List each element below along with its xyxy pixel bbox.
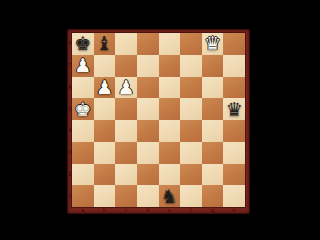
square-h3[interactable] (223, 142, 245, 164)
square-d5[interactable] (137, 98, 159, 120)
square-d3[interactable] (137, 142, 159, 164)
square-h6[interactable] (223, 77, 245, 99)
square-a2[interactable] (72, 164, 94, 186)
square-f1[interactable] (180, 185, 202, 207)
piece-white-pawn[interactable]: ♟ (74, 56, 91, 75)
square-f5[interactable] (180, 98, 202, 120)
square-e2[interactable] (159, 164, 181, 186)
square-h4[interactable] (223, 120, 245, 142)
square-h8[interactable] (223, 33, 245, 55)
square-c8[interactable] (115, 33, 137, 55)
file-label-c: c (123, 208, 129, 213)
square-g5[interactable] (202, 98, 224, 120)
square-a1[interactable] (72, 185, 94, 207)
square-h2[interactable] (223, 164, 245, 186)
file-label-g: g (210, 208, 216, 213)
square-e4[interactable] (159, 120, 181, 142)
square-e8[interactable] (159, 33, 181, 55)
square-g7[interactable] (202, 55, 224, 77)
rank-label-3: 3 (68, 150, 72, 155)
piece-white-queen[interactable]: ♛ (204, 34, 221, 53)
rank-label-5: 5 (68, 107, 72, 112)
file-label-f: f (188, 208, 194, 213)
square-d2[interactable] (137, 164, 159, 186)
square-f6[interactable] (180, 77, 202, 99)
square-d7[interactable] (137, 55, 159, 77)
rank-label-1: 1 (68, 194, 72, 199)
square-g3[interactable] (202, 142, 224, 164)
square-a4[interactable] (72, 120, 94, 142)
piece-black-king[interactable]: ♚ (74, 34, 91, 53)
square-e5[interactable] (159, 98, 181, 120)
square-a8[interactable]: ♚ (72, 33, 94, 55)
rank-label-4: 4 (68, 128, 72, 133)
square-g1[interactable] (202, 185, 224, 207)
file-label-d: d (145, 208, 151, 213)
square-d4[interactable] (137, 120, 159, 142)
square-d1[interactable] (137, 185, 159, 207)
screen-background: ♚♝♛♟♟♟♚♛♞ 87654321abcdefgh (0, 0, 320, 240)
chess-board: ♚♝♛♟♟♟♚♛♞ 87654321abcdefgh (68, 30, 249, 213)
square-c1[interactable] (115, 185, 137, 207)
square-c2[interactable] (115, 164, 137, 186)
square-h7[interactable] (223, 55, 245, 77)
square-d6[interactable] (137, 77, 159, 99)
piece-black-bishop[interactable]: ♝ (96, 34, 113, 53)
square-e1[interactable]: ♞ (159, 185, 181, 207)
piece-black-queen[interactable]: ♛ (226, 99, 243, 118)
square-d8[interactable] (137, 33, 159, 55)
file-label-b: b (101, 208, 107, 213)
square-a5[interactable]: ♚ (72, 98, 94, 120)
rank-label-7: 7 (68, 63, 72, 68)
square-c5[interactable] (115, 98, 137, 120)
square-f3[interactable] (180, 142, 202, 164)
square-b1[interactable] (94, 185, 116, 207)
square-e7[interactable] (159, 55, 181, 77)
square-b5[interactable] (94, 98, 116, 120)
piece-white-pawn[interactable]: ♟ (96, 77, 113, 96)
piece-black-knight[interactable]: ♞ (161, 186, 178, 205)
piece-white-king[interactable]: ♚ (74, 99, 91, 118)
square-c3[interactable] (115, 142, 137, 164)
square-b4[interactable] (94, 120, 116, 142)
square-c6[interactable]: ♟ (115, 77, 137, 99)
file-label-h: h (231, 208, 237, 213)
square-b3[interactable] (94, 142, 116, 164)
piece-white-pawn[interactable]: ♟ (118, 77, 135, 96)
square-g6[interactable] (202, 77, 224, 99)
square-g8[interactable]: ♛ (202, 33, 224, 55)
square-b6[interactable]: ♟ (94, 77, 116, 99)
board-squares: ♚♝♛♟♟♟♚♛♞ (72, 33, 245, 207)
square-g2[interactable] (202, 164, 224, 186)
square-b8[interactable]: ♝ (94, 33, 116, 55)
rank-label-6: 6 (68, 85, 72, 90)
square-e3[interactable] (159, 142, 181, 164)
square-f4[interactable] (180, 120, 202, 142)
square-a6[interactable] (72, 77, 94, 99)
file-label-a: a (80, 208, 86, 213)
square-h1[interactable] (223, 185, 245, 207)
square-c7[interactable] (115, 55, 137, 77)
rank-label-2: 2 (68, 172, 72, 177)
square-f7[interactable] (180, 55, 202, 77)
rank-label-8: 8 (68, 41, 72, 46)
square-c4[interactable] (115, 120, 137, 142)
square-f2[interactable] (180, 164, 202, 186)
square-g4[interactable] (202, 120, 224, 142)
square-h5[interactable]: ♛ (223, 98, 245, 120)
square-b2[interactable] (94, 164, 116, 186)
square-f8[interactable] (180, 33, 202, 55)
square-b7[interactable] (94, 55, 116, 77)
file-label-e: e (166, 208, 172, 213)
square-a7[interactable]: ♟ (72, 55, 94, 77)
square-e6[interactable] (159, 77, 181, 99)
square-a3[interactable] (72, 142, 94, 164)
